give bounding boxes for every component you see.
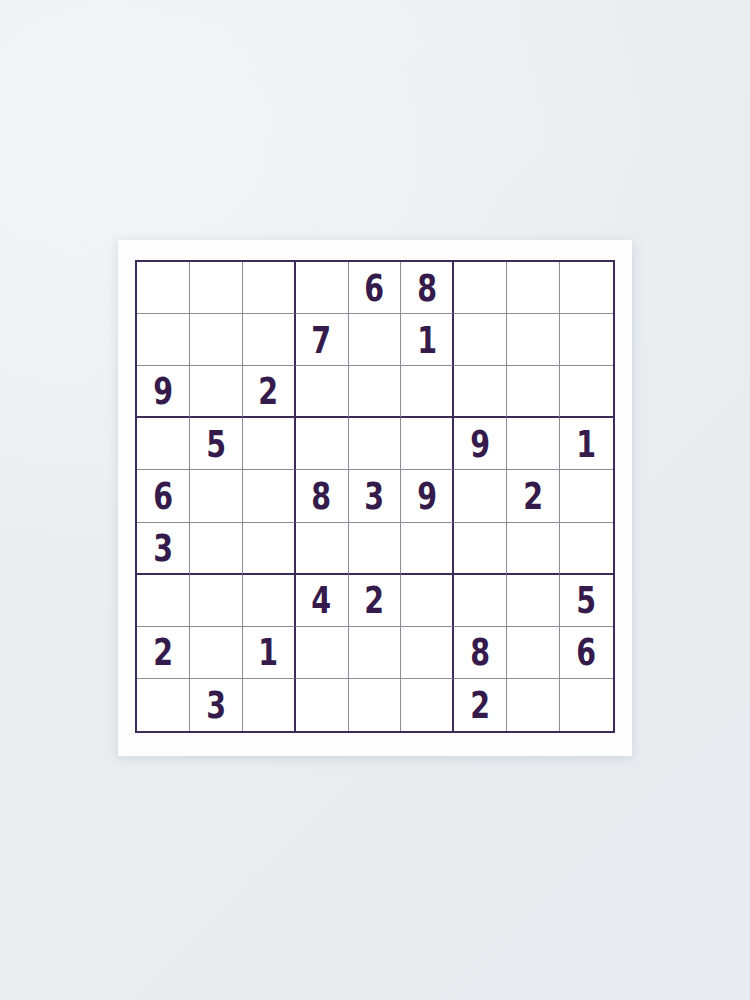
sudoku-cell-r6c5 — [349, 523, 402, 575]
sudoku-cell-r9c2: 3 — [190, 679, 243, 731]
sudoku-cell-r2c1 — [137, 314, 190, 366]
given-digit: 4 — [312, 581, 332, 619]
sudoku-cell-r7c9: 5 — [560, 575, 613, 627]
sudoku-cell-r1c5: 6 — [349, 262, 402, 314]
sudoku-cell-r3c1: 9 — [137, 366, 190, 418]
sudoku-cell-r8c5 — [349, 627, 402, 679]
given-digit: 3 — [365, 477, 385, 515]
sudoku-cell-r1c2 — [190, 262, 243, 314]
sudoku-cell-r2c6: 1 — [401, 314, 454, 366]
sudoku-cell-r7c1 — [137, 575, 190, 627]
sudoku-cell-r7c2 — [190, 575, 243, 627]
given-digit: 8 — [417, 269, 437, 307]
given-digit: 1 — [258, 633, 278, 671]
sudoku-cell-r7c6 — [401, 575, 454, 627]
sudoku-cell-r4c5 — [349, 418, 402, 470]
sudoku-cell-r1c7 — [454, 262, 507, 314]
sudoku-cell-r8c9: 6 — [560, 627, 613, 679]
wall-background: 687192591683923425218632 — [0, 0, 750, 1000]
sudoku-cell-r2c8 — [507, 314, 560, 366]
given-digit: 2 — [153, 633, 173, 671]
sudoku-cell-r3c7 — [454, 366, 507, 418]
sudoku-cell-r9c3 — [243, 679, 296, 731]
sudoku-cell-r8c7: 8 — [454, 627, 507, 679]
sudoku-cell-r9c5 — [349, 679, 402, 731]
sudoku-cell-r8c3: 1 — [243, 627, 296, 679]
sudoku-cell-r4c9: 1 — [560, 418, 613, 470]
given-digit: 8 — [312, 477, 332, 515]
sudoku-cell-r4c2: 5 — [190, 418, 243, 470]
sudoku-cell-r1c6: 8 — [401, 262, 454, 314]
given-digit: 8 — [470, 633, 490, 671]
sudoku-cell-r8c2 — [190, 627, 243, 679]
sudoku-cell-r6c4 — [296, 523, 349, 575]
sudoku-cell-r5c6: 9 — [401, 470, 454, 522]
sudoku-cell-r6c9 — [560, 523, 613, 575]
sudoku-cell-r4c8 — [507, 418, 560, 470]
given-digit: 2 — [523, 477, 543, 515]
sudoku-cell-r5c3 — [243, 470, 296, 522]
sudoku-cell-r9c4 — [296, 679, 349, 731]
sudoku-cell-r5c5: 3 — [349, 470, 402, 522]
sudoku-cell-r9c1 — [137, 679, 190, 731]
sudoku-cell-r2c7 — [454, 314, 507, 366]
sudoku-cell-r9c9 — [560, 679, 613, 731]
given-digit: 5 — [577, 581, 597, 619]
sudoku-cell-r7c4: 4 — [296, 575, 349, 627]
sudoku-cell-r2c4: 7 — [296, 314, 349, 366]
sudoku-cell-r3c2 — [190, 366, 243, 418]
given-digit: 6 — [577, 633, 597, 671]
given-digit: 5 — [206, 425, 226, 463]
sudoku-cell-r7c7 — [454, 575, 507, 627]
given-digit: 9 — [153, 372, 173, 410]
sudoku-cell-r7c8 — [507, 575, 560, 627]
sudoku-cell-r3c4 — [296, 366, 349, 418]
given-digit: 1 — [417, 321, 437, 359]
given-digit: 6 — [365, 269, 385, 307]
sudoku-cell-r3c5 — [349, 366, 402, 418]
sudoku-cell-r7c3 — [243, 575, 296, 627]
given-digit: 6 — [153, 477, 173, 515]
sudoku-cell-r1c3 — [243, 262, 296, 314]
given-digit: 2 — [258, 372, 278, 410]
given-digit: 1 — [577, 425, 597, 463]
sudoku-cell-r1c9 — [560, 262, 613, 314]
sudoku-cell-r4c1 — [137, 418, 190, 470]
sudoku-cell-r6c3 — [243, 523, 296, 575]
sudoku-cell-r5c9 — [560, 470, 613, 522]
sudoku-cell-r5c7 — [454, 470, 507, 522]
sudoku-cell-r8c4 — [296, 627, 349, 679]
sudoku-cell-r6c8 — [507, 523, 560, 575]
sudoku-cell-r9c8 — [507, 679, 560, 731]
sudoku-cell-r2c5 — [349, 314, 402, 366]
sudoku-cell-r3c9 — [560, 366, 613, 418]
sudoku-cell-r5c2 — [190, 470, 243, 522]
sudoku-cell-r8c8 — [507, 627, 560, 679]
sudoku-cell-r5c4: 8 — [296, 470, 349, 522]
sudoku-cell-r2c3 — [243, 314, 296, 366]
given-digit: 2 — [365, 581, 385, 619]
sudoku-cell-r4c7: 9 — [454, 418, 507, 470]
sudoku-cell-r5c8: 2 — [507, 470, 560, 522]
sudoku-cell-r3c3: 2 — [243, 366, 296, 418]
sudoku-poster: 687192591683923425218632 — [118, 240, 632, 756]
sudoku-cell-r1c4 — [296, 262, 349, 314]
sudoku-cell-r5c1: 6 — [137, 470, 190, 522]
sudoku-grid: 687192591683923425218632 — [135, 260, 615, 733]
sudoku-cell-r9c6 — [401, 679, 454, 731]
sudoku-cell-r6c6 — [401, 523, 454, 575]
sudoku-cell-r8c1: 2 — [137, 627, 190, 679]
given-digit: 9 — [470, 425, 490, 463]
sudoku-cell-r4c4 — [296, 418, 349, 470]
sudoku-cell-r2c9 — [560, 314, 613, 366]
sudoku-cell-r8c6 — [401, 627, 454, 679]
sudoku-cell-r2c2 — [190, 314, 243, 366]
given-digit: 3 — [153, 529, 173, 567]
sudoku-cell-r6c1: 3 — [137, 523, 190, 575]
given-digit: 7 — [312, 321, 332, 359]
sudoku-cell-r9c7: 2 — [454, 679, 507, 731]
sudoku-cell-r3c6 — [401, 366, 454, 418]
given-digit: 2 — [470, 686, 490, 724]
sudoku-cell-r4c6 — [401, 418, 454, 470]
sudoku-cell-r4c3 — [243, 418, 296, 470]
sudoku-cell-r1c1 — [137, 262, 190, 314]
given-digit: 9 — [417, 477, 437, 515]
sudoku-cell-r3c8 — [507, 366, 560, 418]
given-digit: 3 — [206, 686, 226, 724]
sudoku-cell-r1c8 — [507, 262, 560, 314]
sudoku-cell-r6c7 — [454, 523, 507, 575]
sudoku-cell-r6c2 — [190, 523, 243, 575]
sudoku-cell-r7c5: 2 — [349, 575, 402, 627]
